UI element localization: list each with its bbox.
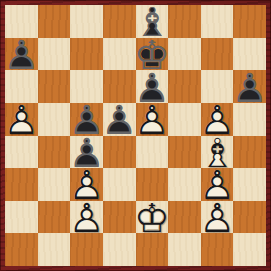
square-h2[interactable] [233,201,266,234]
square-b5[interactable] [38,103,71,136]
piece-black-pawn-c4[interactable]: ♟♙ [70,136,103,169]
square-c1[interactable] [70,233,103,266]
square-h8[interactable] [233,5,266,38]
square-d2[interactable] [103,201,136,234]
square-c3[interactable]: ♟♙ [70,168,103,201]
black-pawn-outline: ♙ [5,39,38,72]
black-bishop-glyph: ♝ [136,6,169,39]
square-f2[interactable] [168,201,201,234]
square-a4[interactable] [5,136,38,169]
black-pawn-outline: ♙ [233,71,266,104]
square-h5[interactable] [233,103,266,136]
white-pawn-outline: ♙ [70,202,103,235]
square-b3[interactable] [38,168,71,201]
square-h6[interactable]: ♟♙ [233,70,266,103]
piece-black-pawn-e6[interactable]: ♟♙ [136,70,169,103]
square-a8[interactable] [5,5,38,38]
black-pawn-glyph: ♟ [136,71,169,104]
piece-black-king-e7[interactable]: ♚♔ [136,38,169,71]
piece-white-pawn-g3[interactable]: ♟♙ [201,168,234,201]
square-g3[interactable]: ♟♙ [201,168,234,201]
piece-white-pawn-g5[interactable]: ♟♙ [201,103,234,136]
square-a1[interactable] [5,233,38,266]
black-bishop-outline: ♗ [136,6,169,39]
square-d7[interactable] [103,38,136,71]
square-f6[interactable] [168,70,201,103]
square-b8[interactable] [38,5,71,38]
square-c7[interactable] [70,38,103,71]
black-pawn-glyph: ♟ [103,104,136,137]
square-a7[interactable]: ♟♙ [5,38,38,71]
square-a6[interactable] [5,70,38,103]
square-g4[interactable]: ♝♗ [201,136,234,169]
chess-app-window: ♝♗♟♙♚♔♟♙♟♙♟♙♟♙♟♙♟♙♟♙♟♙♝♗♟♙♟♙♟♙♚♔♟♙ [0,0,271,271]
piece-black-pawn-c5[interactable]: ♟♙ [70,103,103,136]
square-e7[interactable]: ♚♔ [136,38,169,71]
piece-white-pawn-c2[interactable]: ♟♙ [70,201,103,234]
square-e8[interactable]: ♝♗ [136,5,169,38]
piece-white-bishop-g4[interactable]: ♝♗ [201,136,234,169]
square-e5[interactable]: ♟♙ [136,103,169,136]
square-d1[interactable] [103,233,136,266]
square-c6[interactable] [70,70,103,103]
square-f5[interactable] [168,103,201,136]
piece-white-pawn-e5[interactable]: ♟♙ [136,103,169,136]
piece-white-king-e2[interactable]: ♚♔ [136,201,169,234]
white-pawn-glyph: ♟ [70,169,103,202]
white-pawn-outline: ♙ [5,104,38,137]
white-pawn-glyph: ♟ [136,104,169,137]
square-c2[interactable]: ♟♙ [70,201,103,234]
black-pawn-glyph: ♟ [70,104,103,137]
black-pawn-glyph: ♟ [70,137,103,170]
square-c8[interactable] [70,5,103,38]
square-d8[interactable] [103,5,136,38]
square-b7[interactable] [38,38,71,71]
square-h4[interactable] [233,136,266,169]
square-h1[interactable] [233,233,266,266]
square-g8[interactable] [201,5,234,38]
piece-white-pawn-a5[interactable]: ♟♙ [5,103,38,136]
square-b2[interactable] [38,201,71,234]
square-b1[interactable] [38,233,71,266]
square-h3[interactable] [233,168,266,201]
chess-board: ♝♗♟♙♚♔♟♙♟♙♟♙♟♙♟♙♟♙♟♙♟♙♝♗♟♙♟♙♟♙♚♔♟♙ [0,0,271,271]
piece-black-pawn-h6[interactable]: ♟♙ [233,70,266,103]
square-d3[interactable] [103,168,136,201]
white-pawn-glyph: ♟ [70,202,103,235]
white-pawn-outline: ♙ [201,202,234,235]
square-g2[interactable]: ♟♙ [201,201,234,234]
square-d4[interactable] [103,136,136,169]
square-c4[interactable]: ♟♙ [70,136,103,169]
square-a3[interactable] [5,168,38,201]
square-d6[interactable] [103,70,136,103]
black-pawn-outline: ♙ [70,104,103,137]
white-pawn-glyph: ♟ [201,202,234,235]
white-pawn-glyph: ♟ [5,104,38,137]
piece-white-pawn-g2[interactable]: ♟♙ [201,201,234,234]
white-pawn-outline: ♙ [136,104,169,137]
black-king-outline: ♔ [136,39,169,72]
white-pawn-glyph: ♟ [201,104,234,137]
white-bishop-glyph: ♝ [201,137,234,170]
white-pawn-outline: ♙ [70,169,103,202]
black-pawn-glyph: ♟ [5,39,38,72]
square-c5[interactable]: ♟♙ [70,103,103,136]
black-pawn-outline: ♙ [70,137,103,170]
black-pawn-outline: ♙ [103,104,136,137]
piece-black-pawn-d5[interactable]: ♟♙ [103,103,136,136]
square-b4[interactable] [38,136,71,169]
square-f7[interactable] [168,38,201,71]
white-pawn-outline: ♙ [201,104,234,137]
piece-black-pawn-a7[interactable]: ♟♙ [5,38,38,71]
square-b6[interactable] [38,70,71,103]
square-a5[interactable]: ♟♙ [5,103,38,136]
square-g6[interactable] [201,70,234,103]
piece-white-pawn-c3[interactable]: ♟♙ [70,168,103,201]
square-g5[interactable]: ♟♙ [201,103,234,136]
square-e1[interactable] [136,233,169,266]
white-bishop-outline: ♗ [201,137,234,170]
square-g1[interactable] [201,233,234,266]
black-pawn-glyph: ♟ [233,71,266,104]
square-g7[interactable] [201,38,234,71]
white-pawn-outline: ♙ [201,169,234,202]
square-e4[interactable] [136,136,169,169]
white-king-glyph: ♚ [136,202,169,235]
square-f3[interactable] [168,168,201,201]
square-e6[interactable]: ♟♙ [136,70,169,103]
piece-black-bishop-e8[interactable]: ♝♗ [136,5,169,38]
white-king-outline: ♔ [136,202,169,235]
black-pawn-outline: ♙ [136,71,169,104]
white-pawn-glyph: ♟ [201,169,234,202]
black-king-glyph: ♚ [136,39,169,72]
square-h7[interactable] [233,38,266,71]
square-e2[interactable]: ♚♔ [136,201,169,234]
square-f4[interactable] [168,136,201,169]
square-a2[interactable] [5,201,38,234]
square-e3[interactable] [136,168,169,201]
square-d5[interactable]: ♟♙ [103,103,136,136]
square-f8[interactable] [168,5,201,38]
square-f1[interactable] [168,233,201,266]
